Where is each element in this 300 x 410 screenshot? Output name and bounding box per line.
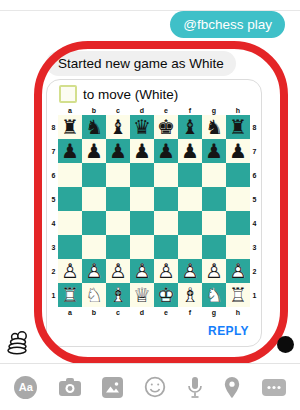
rank-label-4-right: 4 [250, 211, 259, 235]
square-e5 [154, 187, 178, 211]
rank-label-2-left: 2 [49, 259, 58, 283]
square-h3 [226, 235, 250, 259]
messenger-screen: @fbchess play Started new game as White … [0, 0, 300, 410]
piece-black-pawn: ♟ [109, 141, 127, 161]
square-b6 [82, 163, 106, 187]
piece-white-pawn: ♟♙ [85, 261, 103, 281]
file-label-a-bottom: a [58, 307, 82, 317]
square-e8: ♚ [154, 115, 178, 139]
rank-label-1-right: 1 [250, 283, 259, 307]
piece-white-pawn: ♟♙ [229, 261, 247, 281]
piece-white-queen: ♛♕ [133, 285, 151, 305]
file-label-e-bottom: e [154, 307, 178, 317]
square-a2: ♟♙ [58, 259, 82, 283]
rank-label-3-right: 3 [250, 235, 259, 259]
file-label-f-top: f [178, 105, 202, 115]
piece-black-bishop: ♝ [181, 117, 199, 137]
square-e4 [154, 211, 178, 235]
piece-white-bishop: ♝♗ [109, 285, 127, 305]
file-label-e-top: e [154, 105, 178, 115]
file-label-d-top: d [130, 105, 154, 115]
rank-label-7-right: 7 [250, 139, 259, 163]
square-f2: ♟♙ [178, 259, 202, 283]
piece-white-king: ♚♔ [157, 285, 175, 305]
emoji-icon[interactable] [144, 376, 166, 398]
file-label-f-bottom: f [178, 307, 202, 317]
reply-button[interactable]: REPLY [208, 324, 249, 338]
status-message-text: Started new game as White [58, 56, 224, 71]
piece-black-pawn: ♟ [205, 141, 223, 161]
square-h2: ♟♙ [226, 259, 250, 283]
rank-label-4-left: 4 [49, 211, 58, 235]
chess-game-card: to move (White) abcdefgh8♜♞♝♛♚♝♞♜87♟♟♟♟♟… [46, 79, 262, 347]
square-c4 [106, 211, 130, 235]
piece-black-pawn: ♟ [133, 141, 151, 161]
square-g2: ♟♙ [202, 259, 226, 283]
rank-label-6-left: 6 [49, 163, 58, 187]
square-a5 [58, 187, 82, 211]
square-a6 [58, 163, 82, 187]
card-footer: REPLY [208, 321, 249, 339]
square-f6 [178, 163, 202, 187]
square-c1: ♝♗ [106, 283, 130, 307]
square-d1: ♛♕ [130, 283, 154, 307]
file-label-b-bottom: b [82, 307, 106, 317]
piece-black-rook: ♜ [229, 117, 247, 137]
square-f5 [178, 187, 202, 211]
square-g7: ♟ [202, 139, 226, 163]
rank-label-7-left: 7 [49, 139, 58, 163]
more-icon[interactable] [262, 379, 286, 396]
rank-label-2-right: 2 [250, 259, 259, 283]
composer-toolbar: Aa [0, 363, 300, 410]
square-e2: ♟♙ [154, 259, 178, 283]
rank-label-5-right: 5 [250, 187, 259, 211]
square-d7: ♟ [130, 139, 154, 163]
piece-white-knight: ♞♘ [205, 285, 223, 305]
chess-board: abcdefgh8♜♞♝♛♚♝♞♜87♟♟♟♟♟♟♟♟7665544332♟♙♟… [49, 105, 259, 317]
square-d4 [130, 211, 154, 235]
piece-black-pawn: ♟ [181, 141, 199, 161]
file-label-h-bottom: h [226, 307, 250, 317]
rank-label-6-right: 6 [250, 163, 259, 187]
square-h5 [226, 187, 250, 211]
square-f1: ♝♗ [178, 283, 202, 307]
piece-black-queen: ♛ [133, 117, 151, 137]
square-f7: ♟ [178, 139, 202, 163]
square-b5 [82, 187, 106, 211]
card-header: to move (White) [47, 80, 261, 105]
square-d8: ♛ [130, 115, 154, 139]
piece-black-rook: ♜ [61, 117, 79, 137]
to-move-text: to move (White) [83, 87, 178, 102]
rank-label-3-left: 3 [49, 235, 58, 259]
board-corner [250, 307, 259, 317]
square-f3 [178, 235, 202, 259]
rank-label-5-left: 5 [49, 187, 58, 211]
square-a7: ♟ [58, 139, 82, 163]
file-label-h-top: h [226, 105, 250, 115]
piece-white-pawn: ♟♙ [157, 261, 175, 281]
piece-white-pawn: ♟♙ [133, 261, 151, 281]
status-message-bubble: Started new game as White [46, 51, 236, 76]
square-b7: ♟ [82, 139, 106, 163]
piece-black-knight: ♞ [85, 117, 103, 137]
square-d3 [130, 235, 154, 259]
piece-black-knight: ♞ [205, 117, 223, 137]
rank-label-8-left: 8 [49, 115, 58, 139]
square-e7: ♟ [154, 139, 178, 163]
file-label-c-top: c [106, 105, 130, 115]
text-style-icon[interactable]: Aa [14, 376, 37, 399]
piece-white-pawn: ♟♙ [61, 261, 79, 281]
sent-message-bubble: @fbchess play [170, 11, 285, 38]
square-g5 [202, 187, 226, 211]
square-c7: ♟ [106, 139, 130, 163]
piece-black-pawn: ♟ [61, 141, 79, 161]
piece-white-pawn: ♟♙ [109, 261, 127, 281]
file-label-c-bottom: c [106, 307, 130, 317]
square-h1: ♜♖ [226, 283, 250, 307]
square-g1: ♞♘ [202, 283, 226, 307]
square-e3 [154, 235, 178, 259]
piece-black-pawn: ♟ [229, 141, 247, 161]
square-b1: ♞♘ [82, 283, 106, 307]
square-h6 [226, 163, 250, 187]
seen-indicator-dot [277, 336, 294, 353]
square-b8: ♞ [82, 115, 106, 139]
square-g4 [202, 211, 226, 235]
square-a8: ♜ [58, 115, 82, 139]
file-label-g-bottom: g [202, 307, 226, 317]
square-d2: ♟♙ [130, 259, 154, 283]
rank-label-8-right: 8 [250, 115, 259, 139]
square-a3 [58, 235, 82, 259]
square-b3 [82, 235, 106, 259]
file-label-g-top: g [202, 105, 226, 115]
square-b4 [82, 211, 106, 235]
square-h8: ♜ [226, 115, 250, 139]
piece-white-pawn: ♟♙ [205, 261, 223, 281]
photo-gallery-icon[interactable] [102, 377, 123, 398]
location-icon[interactable] [223, 376, 241, 399]
piece-black-pawn: ♟ [157, 141, 175, 161]
piece-white-rook: ♜♖ [229, 285, 247, 305]
rank-label-1-left: 1 [49, 283, 58, 307]
piece-white-knight: ♞♘ [85, 285, 103, 305]
square-b2: ♟♙ [82, 259, 106, 283]
microphone-icon[interactable] [187, 376, 203, 399]
piece-black-pawn: ♟ [85, 141, 103, 161]
square-h4 [226, 211, 250, 235]
square-a1: ♜♖ [58, 283, 82, 307]
piece-white-rook: ♜♖ [61, 285, 79, 305]
square-a4 [58, 211, 82, 235]
file-label-d-bottom: d [130, 307, 154, 317]
board-corner [49, 307, 58, 317]
file-label-a-top: a [58, 105, 82, 115]
square-h7: ♟ [226, 139, 250, 163]
piece-white-pawn: ♟♙ [181, 261, 199, 281]
camera-icon[interactable] [58, 377, 82, 397]
square-e1: ♚♔ [154, 283, 178, 307]
square-c5 [106, 187, 130, 211]
square-c6 [106, 163, 130, 187]
sent-command-text: @fbchess play [183, 17, 272, 32]
white-square-icon [59, 85, 77, 103]
square-g6 [202, 163, 226, 187]
square-c3 [106, 235, 130, 259]
board-corner [250, 105, 259, 115]
file-label-b-top: b [82, 105, 106, 115]
square-g8: ♞ [202, 115, 226, 139]
board-corner [49, 105, 58, 115]
square-c2: ♟♙ [106, 259, 130, 283]
square-g3 [202, 235, 226, 259]
square-f8: ♝ [178, 115, 202, 139]
bot-avatar-doodle [5, 330, 33, 364]
square-c8: ♝ [106, 115, 130, 139]
square-d5 [130, 187, 154, 211]
piece-black-king: ♚ [157, 117, 175, 137]
piece-black-bishop: ♝ [109, 117, 127, 137]
square-d6 [130, 163, 154, 187]
square-f4 [178, 211, 202, 235]
piece-white-bishop: ♝♗ [181, 285, 199, 305]
square-e6 [154, 163, 178, 187]
